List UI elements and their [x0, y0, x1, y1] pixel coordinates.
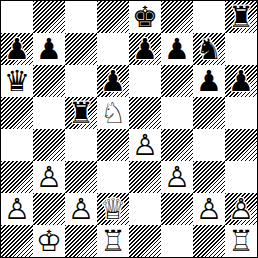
- square-c2[interactable]: ♟♙: [65, 193, 97, 225]
- square-e8[interactable]: ♚♚: [129, 1, 161, 33]
- piece-white-queen[interactable]: ♛♕: [97, 193, 129, 225]
- square-h1[interactable]: ♜♖: [225, 225, 257, 257]
- square-d6[interactable]: ♟♟: [97, 65, 129, 97]
- piece-white-pawn[interactable]: ♟♙: [1, 193, 33, 225]
- square-a4[interactable]: [1, 129, 33, 161]
- piece-black-rook[interactable]: ♜♜: [225, 1, 257, 33]
- square-g2[interactable]: ♟♙: [193, 193, 225, 225]
- piece-white-pawn[interactable]: ♟♙: [33, 161, 65, 193]
- square-b7[interactable]: ♟♟: [33, 33, 65, 65]
- piece-black-pawn[interactable]: ♟♟: [161, 33, 193, 65]
- piece-black-pawn[interactable]: ♟♟: [97, 65, 129, 97]
- square-d8[interactable]: [97, 1, 129, 33]
- square-f6[interactable]: [161, 65, 193, 97]
- square-c3[interactable]: [65, 161, 97, 193]
- square-a2[interactable]: ♟♙: [1, 193, 33, 225]
- piece-white-knight[interactable]: ♞♘: [97, 97, 129, 129]
- square-a7[interactable]: ♟♟: [1, 33, 33, 65]
- square-e6[interactable]: [129, 65, 161, 97]
- square-a6[interactable]: ♛♛: [1, 65, 33, 97]
- black-rook-glyph: ♜: [225, 1, 257, 33]
- piece-black-rook[interactable]: ♜♜: [65, 97, 97, 129]
- black-knight-glyph: ♞: [193, 33, 225, 65]
- piece-white-pawn[interactable]: ♟♙: [225, 193, 257, 225]
- piece-white-pawn[interactable]: ♟♙: [193, 193, 225, 225]
- square-d2[interactable]: ♛♕: [97, 193, 129, 225]
- black-pawn-glyph: ♟: [33, 33, 65, 65]
- white-rook-glyph: ♖: [225, 225, 257, 257]
- square-f4[interactable]: [161, 129, 193, 161]
- square-h6[interactable]: ♟♟: [225, 65, 257, 97]
- square-h5[interactable]: [225, 97, 257, 129]
- square-h7[interactable]: [225, 33, 257, 65]
- square-g3[interactable]: [193, 161, 225, 193]
- square-f8[interactable]: [161, 1, 193, 33]
- black-king-glyph: ♚: [129, 1, 161, 33]
- white-pawn-glyph: ♙: [225, 193, 257, 225]
- piece-white-rook[interactable]: ♜♖: [225, 225, 257, 257]
- square-g5[interactable]: [193, 97, 225, 129]
- piece-black-pawn[interactable]: ♟♟: [1, 33, 33, 65]
- square-f3[interactable]: ♟♙: [161, 161, 193, 193]
- square-a3[interactable]: [1, 161, 33, 193]
- chess-board: ♚♚♜♜♟♟♟♟♟♟♟♟♞♞♛♛♟♟♟♟♟♟♜♜♞♘♟♙♟♙♟♙♟♙♟♙♛♕♟♙…: [0, 0, 258, 258]
- square-b6[interactable]: [33, 65, 65, 97]
- square-e1[interactable]: [129, 225, 161, 257]
- square-h8[interactable]: ♜♜: [225, 1, 257, 33]
- square-b4[interactable]: [33, 129, 65, 161]
- piece-black-pawn[interactable]: ♟♟: [225, 65, 257, 97]
- square-g8[interactable]: [193, 1, 225, 33]
- square-d3[interactable]: [97, 161, 129, 193]
- square-b2[interactable]: [33, 193, 65, 225]
- square-g4[interactable]: [193, 129, 225, 161]
- square-g7[interactable]: ♞♞: [193, 33, 225, 65]
- square-b1[interactable]: ♚♔: [33, 225, 65, 257]
- square-d1[interactable]: ♜♖: [97, 225, 129, 257]
- square-g6[interactable]: ♟♟: [193, 65, 225, 97]
- black-pawn-glyph: ♟: [97, 65, 129, 97]
- square-g1[interactable]: [193, 225, 225, 257]
- square-h4[interactable]: [225, 129, 257, 161]
- square-f2[interactable]: [161, 193, 193, 225]
- square-c4[interactable]: [65, 129, 97, 161]
- square-c8[interactable]: [65, 1, 97, 33]
- square-f7[interactable]: ♟♟: [161, 33, 193, 65]
- square-e2[interactable]: [129, 193, 161, 225]
- square-c1[interactable]: [65, 225, 97, 257]
- square-c7[interactable]: [65, 33, 97, 65]
- black-pawn-glyph: ♟: [225, 65, 257, 97]
- white-pawn-glyph: ♙: [33, 161, 65, 193]
- white-queen-glyph: ♕: [97, 193, 129, 225]
- piece-white-king[interactable]: ♚♔: [33, 225, 65, 257]
- white-pawn-glyph: ♙: [161, 161, 193, 193]
- piece-white-pawn[interactable]: ♟♙: [129, 129, 161, 161]
- square-d4[interactable]: [97, 129, 129, 161]
- black-pawn-glyph: ♟: [161, 33, 193, 65]
- square-a1[interactable]: [1, 225, 33, 257]
- piece-black-pawn[interactable]: ♟♟: [33, 33, 65, 65]
- square-f5[interactable]: [161, 97, 193, 129]
- square-e3[interactable]: [129, 161, 161, 193]
- black-pawn-glyph: ♟: [193, 65, 225, 97]
- square-d5[interactable]: ♞♘: [97, 97, 129, 129]
- piece-white-pawn[interactable]: ♟♙: [65, 193, 97, 225]
- square-h2[interactable]: ♟♙: [225, 193, 257, 225]
- piece-white-pawn[interactable]: ♟♙: [161, 161, 193, 193]
- piece-black-king[interactable]: ♚♚: [129, 1, 161, 33]
- square-b3[interactable]: ♟♙: [33, 161, 65, 193]
- square-e7[interactable]: ♟♟: [129, 33, 161, 65]
- white-knight-glyph: ♘: [97, 97, 129, 129]
- piece-black-pawn[interactable]: ♟♟: [129, 33, 161, 65]
- square-c5[interactable]: ♜♜: [65, 97, 97, 129]
- square-a8[interactable]: [1, 1, 33, 33]
- square-c6[interactable]: [65, 65, 97, 97]
- piece-black-queen[interactable]: ♛♛: [1, 65, 33, 97]
- square-d7[interactable]: [97, 33, 129, 65]
- square-b8[interactable]: [33, 1, 65, 33]
- piece-white-rook[interactable]: ♜♖: [97, 225, 129, 257]
- square-b5[interactable]: [33, 97, 65, 129]
- black-queen-glyph: ♛: [1, 65, 33, 97]
- black-rook-glyph: ♜: [65, 97, 97, 129]
- piece-black-pawn[interactable]: ♟♟: [193, 65, 225, 97]
- black-pawn-glyph: ♟: [1, 33, 33, 65]
- square-h3[interactable]: [225, 161, 257, 193]
- square-e5[interactable]: [129, 97, 161, 129]
- white-king-glyph: ♔: [33, 225, 65, 257]
- black-pawn-glyph: ♟: [129, 33, 161, 65]
- square-e4[interactable]: ♟♙: [129, 129, 161, 161]
- white-pawn-glyph: ♙: [129, 129, 161, 161]
- white-pawn-glyph: ♙: [65, 193, 97, 225]
- white-pawn-glyph: ♙: [193, 193, 225, 225]
- square-a5[interactable]: [1, 97, 33, 129]
- white-rook-glyph: ♖: [97, 225, 129, 257]
- square-f1[interactable]: [161, 225, 193, 257]
- white-pawn-glyph: ♙: [1, 193, 33, 225]
- piece-black-knight[interactable]: ♞♞: [193, 33, 225, 65]
